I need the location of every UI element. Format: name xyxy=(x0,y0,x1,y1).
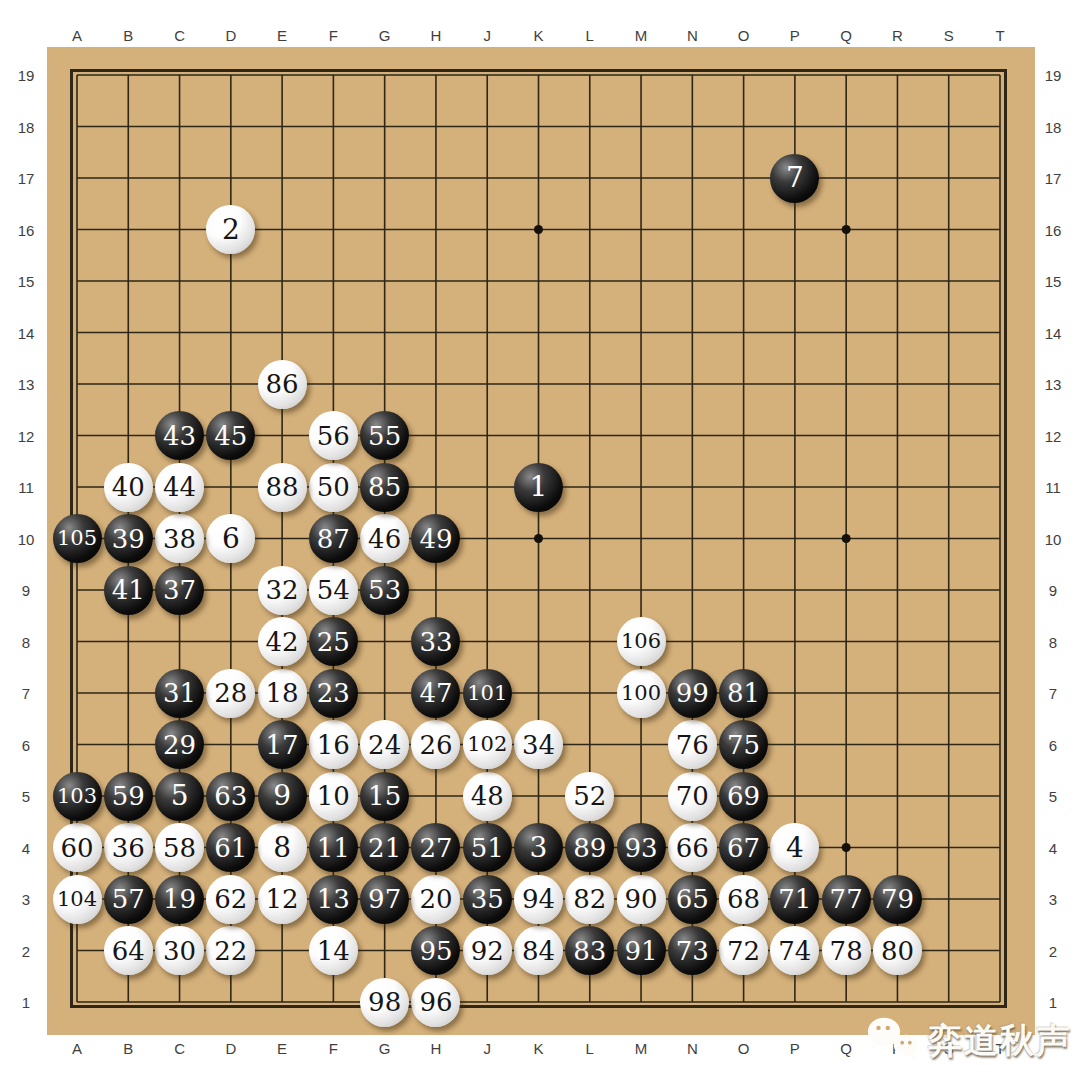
stone-n3-move-65: 65 xyxy=(668,875,717,924)
row-label-right: 18 xyxy=(1045,118,1062,135)
stone-l2-move-83: 83 xyxy=(565,926,614,975)
stone-f12-move-56: 56 xyxy=(309,411,358,460)
stone-e4-move-8: 8 xyxy=(258,823,307,872)
stone-f3-move-13: 13 xyxy=(309,875,358,924)
star-point xyxy=(534,534,543,543)
stone-d10-move-6: 6 xyxy=(206,514,255,563)
stone-f11-move-50: 50 xyxy=(309,463,358,512)
stone-g10-move-46: 46 xyxy=(360,514,409,563)
row-label-right: 17 xyxy=(1045,170,1062,187)
stone-c3-move-19: 19 xyxy=(155,875,204,924)
stone-e7-move-18: 18 xyxy=(258,669,307,718)
row-label-right: 6 xyxy=(1049,736,1057,753)
row-label-left: 4 xyxy=(22,839,30,856)
stone-a3-move-104: 104 xyxy=(53,875,102,924)
stone-e9-move-32: 32 xyxy=(258,566,307,615)
star-point xyxy=(842,843,851,852)
stone-c4-move-58: 58 xyxy=(155,823,204,872)
row-label-right: 8 xyxy=(1049,633,1057,650)
stone-d7-move-28: 28 xyxy=(206,669,255,718)
stone-o4-move-67: 67 xyxy=(719,823,768,872)
row-label-right: 10 xyxy=(1045,530,1062,547)
row-label-left: 13 xyxy=(18,376,35,393)
watermark-text: 弈道秋声 xyxy=(928,1018,1072,1064)
stone-r2-move-80: 80 xyxy=(873,926,922,975)
row-label-left: 1 xyxy=(22,994,30,1011)
column-label-top: T xyxy=(995,27,1004,44)
stone-f2-move-14: 14 xyxy=(309,926,358,975)
row-label-right: 5 xyxy=(1049,788,1057,805)
column-label-top: M xyxy=(635,27,648,44)
stone-j3-move-35: 35 xyxy=(463,875,512,924)
column-label-bottom: E xyxy=(277,1040,287,1057)
stone-l3-move-82: 82 xyxy=(565,875,614,924)
row-label-left: 16 xyxy=(18,221,35,238)
column-label-top: C xyxy=(174,27,185,44)
stone-c7-move-31: 31 xyxy=(155,669,204,718)
column-label-top: R xyxy=(892,27,903,44)
column-label-bottom: G xyxy=(379,1040,391,1057)
stone-a10-move-105: 105 xyxy=(53,514,102,563)
column-label-bottom: C xyxy=(174,1040,185,1057)
stone-j6-move-102: 102 xyxy=(463,720,512,769)
stone-j4-move-51: 51 xyxy=(463,823,512,872)
stone-k11-move-1: 1 xyxy=(514,463,563,512)
stone-m3-move-90: 90 xyxy=(617,875,666,924)
stone-b9-move-41: 41 xyxy=(104,566,153,615)
column-label-top: L xyxy=(586,27,594,44)
stone-m2-move-91: 91 xyxy=(617,926,666,975)
column-label-top: A xyxy=(72,27,82,44)
stone-n6-move-76: 76 xyxy=(668,720,717,769)
row-label-right: 19 xyxy=(1045,67,1062,84)
column-label-top: D xyxy=(225,27,236,44)
stone-e3-move-12: 12 xyxy=(258,875,307,924)
column-label-top: Q xyxy=(840,27,852,44)
stone-g5-move-15: 15 xyxy=(360,772,409,821)
column-label-top: S xyxy=(944,27,954,44)
row-label-left: 15 xyxy=(18,273,35,290)
row-label-left: 8 xyxy=(22,633,30,650)
row-label-left: 5 xyxy=(22,788,30,805)
column-label-bottom: L xyxy=(586,1040,594,1057)
column-label-top: B xyxy=(123,27,133,44)
stone-b4-move-36: 36 xyxy=(104,823,153,872)
stone-k3-move-94: 94 xyxy=(514,875,563,924)
stone-g11-move-85: 85 xyxy=(360,463,409,512)
stone-d16-move-2: 2 xyxy=(206,205,255,254)
stone-e8-move-42: 42 xyxy=(258,617,307,666)
stone-h3-move-20: 20 xyxy=(411,875,460,924)
stone-n2-move-73: 73 xyxy=(668,926,717,975)
stone-a4-move-60: 60 xyxy=(53,823,102,872)
column-label-bottom: D xyxy=(225,1040,236,1057)
stone-d5-move-63: 63 xyxy=(206,772,255,821)
column-label-bottom: K xyxy=(533,1040,543,1057)
stone-f7-move-23: 23 xyxy=(309,669,358,718)
watermark: 弈道秋声 xyxy=(862,1008,1072,1074)
row-label-left: 3 xyxy=(22,891,30,908)
stone-j7-move-101: 101 xyxy=(463,669,512,718)
stone-o7-move-81: 81 xyxy=(719,669,768,718)
row-label-right: 12 xyxy=(1045,427,1062,444)
stone-e11-move-88: 88 xyxy=(258,463,307,512)
stone-g1-move-98: 98 xyxy=(360,978,409,1027)
stone-k2-move-84: 84 xyxy=(514,926,563,975)
column-label-top: K xyxy=(533,27,543,44)
stone-m7-move-100: 100 xyxy=(617,669,666,718)
row-label-right: 2 xyxy=(1049,942,1057,959)
stone-c6-move-29: 29 xyxy=(155,720,204,769)
stone-d2-move-22: 22 xyxy=(206,926,255,975)
stone-c12-move-43: 43 xyxy=(155,411,204,460)
column-label-bottom: H xyxy=(431,1040,442,1057)
stone-n5-move-70: 70 xyxy=(668,772,717,821)
go-diagram-page: AABBCCDDEEFFGGHHJJKKLLMMNNOOPPQQRRSSTT19… xyxy=(0,0,1080,1080)
stone-g3-move-97: 97 xyxy=(360,875,409,924)
stone-c9-move-37: 37 xyxy=(155,566,204,615)
stone-h1-move-96: 96 xyxy=(411,978,460,1027)
row-label-right: 15 xyxy=(1045,273,1062,290)
stone-c11-move-44: 44 xyxy=(155,463,204,512)
stone-f8-move-25: 25 xyxy=(309,617,358,666)
stone-k4-move-3: 3 xyxy=(514,823,563,872)
column-label-top: H xyxy=(431,27,442,44)
stone-d3-move-62: 62 xyxy=(206,875,255,924)
column-label-top: J xyxy=(483,27,491,44)
stone-q2-move-78: 78 xyxy=(822,926,871,975)
stone-o2-move-72: 72 xyxy=(719,926,768,975)
stone-p17-move-7: 7 xyxy=(770,154,819,203)
stone-e5-move-9: 9 xyxy=(258,772,307,821)
stone-c5-move-5: 5 xyxy=(155,772,204,821)
stone-n4-move-66: 66 xyxy=(668,823,717,872)
stone-o6-move-75: 75 xyxy=(719,720,768,769)
row-label-left: 12 xyxy=(18,427,35,444)
star-point xyxy=(842,534,851,543)
column-label-top: P xyxy=(790,27,800,44)
stone-d4-move-61: 61 xyxy=(206,823,255,872)
column-label-bottom: A xyxy=(72,1040,82,1057)
stone-f4-move-11: 11 xyxy=(309,823,358,872)
stone-l5-move-52: 52 xyxy=(565,772,614,821)
row-label-left: 9 xyxy=(22,582,30,599)
stone-b3-move-57: 57 xyxy=(104,875,153,924)
row-label-left: 14 xyxy=(18,324,35,341)
stone-j2-move-92: 92 xyxy=(463,926,512,975)
column-label-top: G xyxy=(379,27,391,44)
row-label-left: 2 xyxy=(22,942,30,959)
column-label-top: N xyxy=(687,27,698,44)
row-label-right: 7 xyxy=(1049,685,1057,702)
column-label-top: E xyxy=(277,27,287,44)
stone-q3-move-77: 77 xyxy=(822,875,871,924)
stone-b11-move-40: 40 xyxy=(104,463,153,512)
row-label-left: 17 xyxy=(18,170,35,187)
row-label-left: 18 xyxy=(18,118,35,135)
stone-k6-move-34: 34 xyxy=(514,720,563,769)
stone-b10-move-39: 39 xyxy=(104,514,153,563)
row-label-right: 13 xyxy=(1045,376,1062,393)
stone-o3-move-68: 68 xyxy=(719,875,768,924)
column-label-bottom: N xyxy=(687,1040,698,1057)
column-label-bottom: J xyxy=(483,1040,491,1057)
stone-p3-move-71: 71 xyxy=(770,875,819,924)
stone-c2-move-30: 30 xyxy=(155,926,204,975)
column-label-bottom: P xyxy=(790,1040,800,1057)
row-label-left: 7 xyxy=(22,685,30,702)
stone-d12-move-45: 45 xyxy=(206,411,255,460)
stone-f6-move-16: 16 xyxy=(309,720,358,769)
row-label-right: 3 xyxy=(1049,891,1057,908)
stone-b5-move-59: 59 xyxy=(104,772,153,821)
stone-a5-move-103: 103 xyxy=(53,772,102,821)
stone-e13-move-86: 86 xyxy=(258,360,307,409)
stone-g6-move-24: 24 xyxy=(360,720,409,769)
wechat-icon xyxy=(862,1010,928,1072)
stone-l4-move-89: 89 xyxy=(565,823,614,872)
column-label-bottom: F xyxy=(329,1040,338,1057)
column-label-top: O xyxy=(738,27,750,44)
star-point xyxy=(842,225,851,234)
row-label-left: 11 xyxy=(18,479,34,496)
row-label-right: 9 xyxy=(1049,582,1057,599)
stone-f9-move-54: 54 xyxy=(309,566,358,615)
stone-h7-move-47: 47 xyxy=(411,669,460,718)
stone-n7-move-99: 99 xyxy=(668,669,717,718)
stone-b2-move-64: 64 xyxy=(104,926,153,975)
star-point xyxy=(534,225,543,234)
column-label-bottom: O xyxy=(738,1040,750,1057)
stone-e6-move-17: 17 xyxy=(258,720,307,769)
stone-f10-move-87: 87 xyxy=(309,514,358,563)
row-label-right: 14 xyxy=(1045,324,1062,341)
stone-r3-move-79: 79 xyxy=(873,875,922,924)
row-label-right: 11 xyxy=(1045,479,1061,496)
row-label-left: 10 xyxy=(18,530,35,547)
stone-m4-move-93: 93 xyxy=(617,823,666,872)
stone-g4-move-21: 21 xyxy=(360,823,409,872)
stone-o5-move-69: 69 xyxy=(719,772,768,821)
column-label-bottom: M xyxy=(635,1040,648,1057)
column-label-top: F xyxy=(329,27,338,44)
stone-m8-move-106: 106 xyxy=(617,617,666,666)
stone-j5-move-48: 48 xyxy=(463,772,512,821)
stone-g12-move-55: 55 xyxy=(360,411,409,460)
stone-c10-move-38: 38 xyxy=(155,514,204,563)
column-label-bottom: Q xyxy=(840,1040,852,1057)
column-label-bottom: B xyxy=(123,1040,133,1057)
row-label-right: 16 xyxy=(1045,221,1062,238)
stone-f5-move-10: 10 xyxy=(309,772,358,821)
stone-g9-move-53: 53 xyxy=(360,566,409,615)
row-label-right: 4 xyxy=(1049,839,1057,856)
row-label-left: 19 xyxy=(18,67,35,84)
row-label-left: 6 xyxy=(22,736,30,753)
